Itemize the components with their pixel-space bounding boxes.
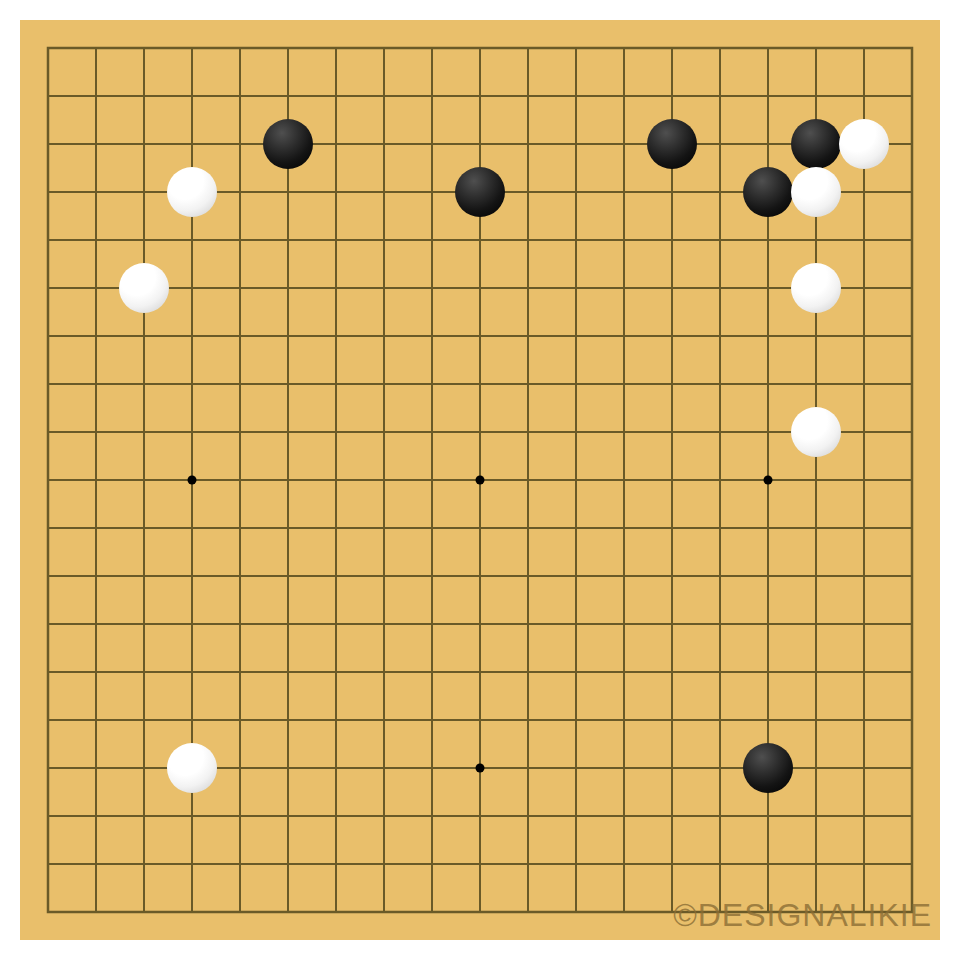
stone-black-Q4[interactable] — [743, 743, 793, 793]
page: ©DESIGNALIKIE — [0, 0, 960, 960]
stone-black-F17[interactable] — [263, 119, 313, 169]
stone-white-D16[interactable] — [167, 167, 217, 217]
stone-black-Q16[interactable] — [743, 167, 793, 217]
stone-white-D4[interactable] — [167, 743, 217, 793]
stone-black-K16[interactable] — [455, 167, 505, 217]
stone-white-R11[interactable] — [791, 407, 841, 457]
watermark: ©DESIGNALIKIE — [673, 897, 932, 934]
stone-white-R16[interactable] — [791, 167, 841, 217]
go-board[interactable]: ©DESIGNALIKIE — [20, 20, 940, 940]
stone-black-O17[interactable] — [647, 119, 697, 169]
stone-white-S17[interactable] — [839, 119, 889, 169]
stone-white-R14[interactable] — [791, 263, 841, 313]
stone-black-R17[interactable] — [791, 119, 841, 169]
stone-white-C14[interactable] — [119, 263, 169, 313]
